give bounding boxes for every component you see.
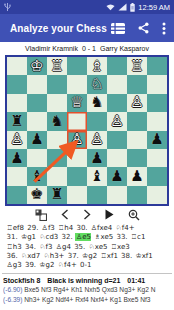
black-piece: ♟ (150, 132, 163, 147)
battery-icon (130, 3, 135, 12)
status-bar: 12:59 AM (0, 0, 174, 14)
board-square[interactable] (107, 94, 127, 112)
board-square[interactable]: ♜ (7, 112, 27, 130)
board-square[interactable] (67, 167, 87, 185)
move-number: 38. (121, 252, 133, 260)
next-move-icon[interactable] (83, 209, 91, 220)
move-number: 32. (61, 233, 73, 241)
move-token[interactable]: ♔g2 (39, 261, 55, 269)
move-number: 36. (6, 252, 18, 260)
board-square[interactable] (47, 75, 67, 93)
black-piece: ♟ (130, 169, 143, 184)
engine-time: 01:41 (127, 276, 145, 286)
move-number: 30. (76, 224, 88, 232)
board-square[interactable] (67, 186, 87, 204)
zoom-in-icon[interactable] (128, 209, 140, 221)
move-line: 31. ♔g1 ♘cd3 32. ♙e5 ♗xe5 33. ♖c1 (6, 233, 171, 242)
board-square[interactable]: ♙ (107, 112, 127, 130)
move-token[interactable]: ♖h3 (6, 243, 22, 251)
move-token[interactable]: ♔g2 (82, 252, 98, 260)
status-time: 12:59 AM (138, 3, 170, 12)
board-square[interactable] (127, 131, 147, 149)
board-square[interactable]: ♖ (47, 57, 67, 75)
result-token: 0-1 (80, 261, 92, 269)
move-number: 34. (24, 243, 36, 251)
previous-move-icon[interactable] (61, 209, 69, 220)
board-square[interactable] (67, 112, 87, 130)
board-square[interactable]: ♟ (107, 167, 127, 185)
board-square[interactable] (67, 57, 87, 75)
move-token[interactable]: ♙g3 (6, 261, 22, 269)
board-square[interactable] (147, 112, 167, 130)
overflow-menu-icon[interactable] (162, 22, 166, 35)
move-token[interactable]: ♘h3+ (43, 252, 65, 260)
board-square[interactable]: ♟ (127, 167, 147, 185)
app-bar: Analyze your Chess (0, 14, 174, 42)
move-token[interactable]: ♙e5 (75, 233, 91, 241)
move-token[interactable]: ♙g4 (55, 243, 71, 251)
white-piece: ♖ (50, 59, 63, 74)
board-square[interactable] (107, 57, 127, 75)
game-header: Vladimir Kramnik 0 - 1 Garry Kasparov (0, 42, 174, 55)
game-result: 0 - 1 (82, 45, 96, 52)
board-square[interactable] (7, 186, 27, 204)
board-square[interactable]: ♙ (127, 94, 147, 112)
move-token[interactable]: ♖xe3 (110, 243, 130, 251)
move-token[interactable]: ♘f4+ (57, 261, 77, 269)
board-square[interactable] (127, 186, 147, 204)
navigation-toolbar (0, 207, 174, 222)
black-piece: ♟ (110, 169, 123, 184)
board-square[interactable] (27, 94, 47, 112)
board-square[interactable] (107, 131, 127, 149)
move-number: 29. (27, 224, 39, 232)
board-square[interactable]: ♝ (27, 167, 47, 185)
board-square[interactable] (87, 112, 107, 130)
move-token[interactable]: ♔g1 (20, 233, 36, 241)
move-line: ♖h3 34. ♘f3 ♙g4 35. ♘xe5 ♖xe3 (6, 243, 171, 252)
white-player-name: Vladimir Kramnik (25, 45, 78, 52)
board-square[interactable] (67, 75, 87, 93)
signal-icon (118, 3, 127, 11)
board-square[interactable]: ♖ (127, 57, 147, 75)
white-piece: ♔ (30, 59, 43, 74)
move-token[interactable]: ♖h4 (58, 224, 74, 232)
board-square[interactable] (147, 186, 167, 204)
move-number: 33. (116, 233, 128, 241)
black-piece: ♟ (10, 151, 23, 166)
black-player-name: Garry Kasparov (100, 45, 149, 52)
board-square[interactable]: ♙ (67, 131, 87, 149)
board-square[interactable] (147, 149, 167, 167)
board-square[interactable] (47, 167, 67, 185)
board-square[interactable]: ♞ (87, 94, 107, 112)
black-piece: ♝ (30, 169, 43, 184)
usb-debug-icon (4, 3, 11, 12)
board-square[interactable]: ♔ (27, 57, 47, 75)
white-piece: ♘ (90, 77, 103, 92)
board-square[interactable] (107, 149, 127, 167)
flip-board-icon[interactable] (35, 209, 47, 221)
board-square[interactable]: ♟ (27, 131, 47, 149)
move-token[interactable]: ♘f4+ (115, 224, 135, 232)
board-square[interactable]: ♟ (147, 131, 167, 149)
board-square[interactable]: ♙ (7, 131, 27, 149)
view-list-icon[interactable] (111, 23, 125, 34)
move-token[interactable]: ♖ef8 (6, 224, 25, 232)
move-token[interactable]: ♘xe5 (88, 243, 108, 251)
app-title: Analyze your Chess (10, 23, 111, 34)
white-piece: ♖ (130, 59, 143, 74)
board-square[interactable]: ♝ (87, 167, 107, 185)
move-line: 36. ♘xd7 ♘h3+ 37. ♔g2 ♖xf1 38. ♔xf1 (6, 252, 171, 261)
board-square[interactable] (147, 94, 167, 112)
black-piece: ♚ (30, 187, 43, 202)
board-square[interactable]: ♜ (47, 186, 67, 204)
wifi-icon (106, 3, 115, 11)
move-line: ♙g3 39. ♔g2 ♘f4+ 0-1 (6, 261, 171, 270)
move-token[interactable]: ♙fxe4 (90, 224, 112, 232)
board-square[interactable]: ♙ (87, 131, 107, 149)
evaluation-score: (-6.39) (3, 296, 22, 303)
board-square[interactable]: ♞ (47, 112, 67, 130)
white-piece: ♙ (110, 114, 123, 129)
white-piece: ♙ (130, 95, 143, 110)
engine-variation[interactable]: (-6.39) Nh3+ Kg2 Ndf4+ Rxf4 Nxf4+ Kg1 Bx… (3, 295, 171, 305)
move-token[interactable]: ♙f3 (41, 224, 55, 232)
black-piece: ♞ (50, 114, 63, 129)
move-token[interactable]: ♔xf1 (135, 252, 153, 260)
move-token[interactable]: ♖c1 (130, 233, 146, 241)
white-piece: ♙ (90, 132, 103, 147)
white-piece: ♗ (90, 59, 103, 74)
engine-verdict: Black is winning d=21 (47, 276, 120, 286)
move-token[interactable]: ♗xe5 (94, 233, 114, 241)
black-piece: ♜ (50, 187, 63, 202)
board-square[interactable] (27, 149, 47, 167)
board-square[interactable]: ♟ (87, 149, 107, 167)
engine-panel: Stockfish 8 Black is winning d=21 01:41 … (0, 274, 174, 305)
board-square[interactable] (147, 167, 167, 185)
board-square[interactable] (27, 75, 47, 93)
board-square[interactable] (127, 149, 147, 167)
board-square[interactable] (67, 149, 87, 167)
evaluation-score: (-6.90) (3, 286, 22, 293)
move-token[interactable]: ♖xf1 (100, 252, 118, 260)
move-line: ♖ef8 29. ♙f3 ♖h4 30. ♙fxe4 ♘f4+ (6, 224, 171, 233)
share-icon[interactable] (138, 22, 149, 34)
board-square[interactable] (47, 94, 67, 112)
board-square[interactable] (107, 186, 127, 204)
white-piece: ♙ (10, 132, 23, 147)
board-square[interactable] (147, 75, 167, 93)
move-token[interactable]: ♘xd7 (20, 252, 40, 260)
board-square[interactable] (127, 112, 147, 130)
black-piece: ♟ (30, 132, 43, 147)
board-square[interactable] (147, 57, 167, 75)
white-piece: ♕ (70, 95, 83, 110)
move-number: 31. (6, 233, 18, 241)
board-square[interactable] (7, 57, 27, 75)
black-piece: ♝ (90, 169, 103, 184)
board-square[interactable] (7, 167, 27, 185)
board-square[interactable] (7, 75, 27, 93)
board-square[interactable] (87, 186, 107, 204)
play-icon[interactable] (105, 209, 114, 220)
board-square[interactable]: ♕ (67, 94, 87, 112)
board-square[interactable]: ♚ (27, 186, 47, 204)
move-number: 37. (67, 252, 79, 260)
board-square[interactable] (47, 149, 67, 167)
chess-board: ♔♖♗♖♘♕♞♙♜♞♙♙♟♙♙♟♟♟♝♝♟♟♚♜ (5, 55, 169, 206)
engine-variation[interactable]: (-6.90) Bxe5 Nf3 Rg4+ Kh1 Nxh5 Qxd3 Ng3+… (3, 285, 171, 295)
board-square[interactable] (27, 112, 47, 130)
engine-name: Stockfish 8 (3, 276, 40, 286)
board-square[interactable]: ♗ (87, 57, 107, 75)
black-piece: ♟ (90, 151, 103, 166)
white-piece: ♙ (70, 132, 83, 147)
black-piece: ♜ (10, 114, 23, 129)
move-number: 39. (24, 261, 36, 269)
black-piece: ♞ (90, 95, 103, 110)
board-square[interactable] (7, 94, 27, 112)
board-square[interactable] (47, 131, 67, 149)
move-list: ♖ef8 29. ♙f3 ♖h4 30. ♙fxe4 ♘f4+31. ♔g1 ♘… (0, 222, 174, 270)
engine-status: Stockfish 8 Black is winning d=21 01:41 (3, 276, 171, 286)
board-square[interactable]: ♘ (87, 75, 107, 93)
board-square[interactable]: ♟ (7, 149, 27, 167)
move-token[interactable]: ♘cd3 (39, 233, 59, 241)
board-square[interactable] (127, 75, 147, 93)
move-number: 35. (74, 243, 86, 251)
move-token[interactable]: ♘f3 (39, 243, 53, 251)
board-square[interactable] (107, 75, 127, 93)
